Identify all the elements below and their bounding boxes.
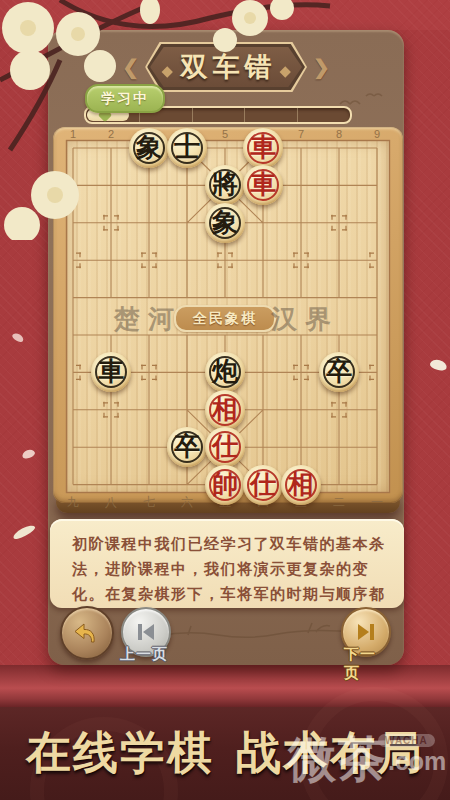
rank-label: 一 — [371, 494, 383, 511]
piece-red-仕[interactable]: 仕 — [205, 427, 245, 467]
river-text-left: 楚河 — [114, 302, 182, 337]
river-text-right: 汉界 — [271, 302, 339, 337]
watermark: 微茶.com WACHA — [288, 728, 446, 792]
piece-red-車[interactable]: 車 — [243, 128, 283, 168]
next-page-label[interactable]: 下一页 — [344, 645, 384, 683]
file-label: 8 — [336, 128, 342, 140]
piece-black-卒[interactable]: 卒 — [167, 427, 207, 467]
back-button[interactable] — [60, 606, 114, 660]
file-label: 5 — [222, 128, 228, 140]
rank-label: 九 — [67, 494, 79, 511]
app-brand-badge: 全民象棋 — [174, 305, 276, 332]
back-arrow-icon — [72, 618, 102, 648]
petal — [21, 448, 36, 460]
rank-label: 二 — [333, 494, 345, 511]
file-label: 1 — [70, 128, 76, 140]
piece-black-象[interactable]: 象 — [129, 128, 169, 168]
xiangqi-board[interactable]: 123456789 九八七六五四三二一 楚河 全民象棋 汉界 象士車將車象車炮卒… — [53, 127, 403, 513]
rank-label: 八 — [105, 494, 117, 511]
page-title: 双车错 — [176, 49, 277, 85]
prev-page-label[interactable]: 上一页 — [120, 645, 168, 664]
watermark-badge: WACHA — [378, 734, 435, 747]
ground-sketch-decoration — [158, 618, 358, 644]
lesson-text: 初阶课程中我们已经学习了双车错的基本杀 法，进阶课程中，我们将演示更复杂的变 化… — [50, 519, 404, 607]
file-label: 7 — [298, 128, 304, 140]
status-badge: 学习中 — [85, 84, 165, 113]
piece-red-帥[interactable]: 帥 — [205, 465, 245, 505]
app-screen: ❮ 双车错 ❯ 学习中 — [0, 0, 450, 800]
petal — [11, 331, 25, 343]
piece-black-士[interactable]: 士 — [167, 128, 207, 168]
petal — [12, 523, 37, 541]
rank-label: 七 — [143, 494, 155, 511]
petal — [429, 358, 448, 372]
file-label: 9 — [374, 128, 380, 140]
lesson-text-card: 初阶课程中我们已经学习了双车错的基本杀 法，进阶课程中，我们将演示更复杂的变 化… — [50, 519, 404, 608]
file-label: 2 — [108, 128, 114, 140]
lesson-panel: ❮ 双车错 ❯ 学习中 — [48, 30, 404, 665]
skip-next-icon — [354, 620, 378, 644]
chevron-right-icon: ❯ — [313, 43, 330, 91]
piece-red-相[interactable]: 相 — [205, 390, 245, 430]
piece-black-象[interactable]: 象 — [205, 203, 245, 243]
piece-red-仕[interactable]: 仕 — [243, 465, 283, 505]
rank-label: 六 — [181, 494, 193, 511]
diamond-ornament — [161, 66, 172, 77]
skip-previous-icon — [134, 620, 158, 644]
top-strip — [0, 0, 450, 30]
piece-red-相[interactable]: 相 — [281, 465, 321, 505]
diamond-ornament — [279, 66, 290, 77]
